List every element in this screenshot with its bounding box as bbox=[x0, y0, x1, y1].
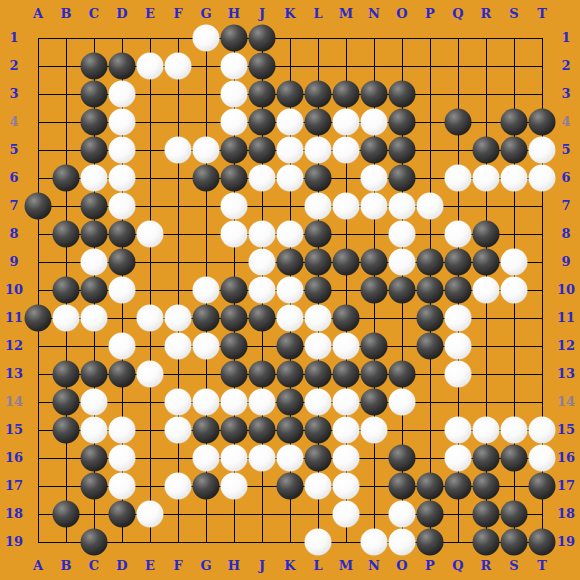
white-stone-m16 bbox=[333, 445, 360, 472]
black-stone-h6 bbox=[221, 165, 248, 192]
black-stone-j11 bbox=[249, 305, 276, 332]
row-label-9: 9 bbox=[555, 254, 577, 270]
black-stone-l13 bbox=[305, 361, 332, 388]
white-stone-f2 bbox=[165, 53, 192, 80]
white-stone-o9 bbox=[389, 249, 416, 276]
black-stone-m3 bbox=[333, 81, 360, 108]
column-label-h: H bbox=[223, 558, 245, 574]
black-stone-d13 bbox=[109, 361, 136, 388]
black-stone-k14 bbox=[277, 389, 304, 416]
column-label-m: M bbox=[335, 6, 357, 22]
black-stone-g11 bbox=[193, 305, 220, 332]
white-stone-h8 bbox=[221, 221, 248, 248]
black-stone-q17 bbox=[445, 473, 472, 500]
row-label-14: 14 bbox=[555, 394, 577, 410]
black-stone-j15 bbox=[249, 417, 276, 444]
row-label-4: 4 bbox=[555, 114, 577, 130]
black-stone-k13 bbox=[277, 361, 304, 388]
white-stone-d3 bbox=[109, 81, 136, 108]
white-stone-d7 bbox=[109, 193, 136, 220]
white-stone-l5 bbox=[305, 137, 332, 164]
white-stone-d4 bbox=[109, 109, 136, 136]
white-stone-q13 bbox=[445, 361, 472, 388]
column-label-k: K bbox=[279, 558, 301, 574]
go-board-screen: ABCDEFGHJKLMNOPQRST ABCDEFGHJKLMNOPQRST … bbox=[0, 0, 580, 580]
white-stone-q11 bbox=[445, 305, 472, 332]
column-label-h: H bbox=[223, 6, 245, 22]
white-stone-g12 bbox=[193, 333, 220, 360]
black-stone-s19 bbox=[501, 529, 528, 556]
white-stone-l17 bbox=[305, 473, 332, 500]
row-label-2: 2 bbox=[555, 58, 577, 74]
white-stone-h14 bbox=[221, 389, 248, 416]
white-stone-b11 bbox=[53, 305, 80, 332]
column-label-e: E bbox=[139, 558, 161, 574]
black-stone-k9 bbox=[277, 249, 304, 276]
row-label-3: 3 bbox=[3, 86, 25, 102]
white-stone-h2 bbox=[221, 53, 248, 80]
row-label-8: 8 bbox=[555, 226, 577, 242]
row-label-13: 13 bbox=[3, 366, 25, 382]
black-stone-b6 bbox=[53, 165, 80, 192]
white-stone-s9 bbox=[501, 249, 528, 276]
white-stone-j9 bbox=[249, 249, 276, 276]
black-stone-m11 bbox=[333, 305, 360, 332]
black-stone-s4 bbox=[501, 109, 528, 136]
column-label-n: N bbox=[363, 558, 385, 574]
black-stone-q4 bbox=[445, 109, 472, 136]
black-stone-h11 bbox=[221, 305, 248, 332]
column-label-q: Q bbox=[447, 6, 469, 22]
black-stone-c8 bbox=[81, 221, 108, 248]
white-stone-k6 bbox=[277, 165, 304, 192]
black-stone-l9 bbox=[305, 249, 332, 276]
white-stone-r10 bbox=[473, 277, 500, 304]
black-stone-s5 bbox=[501, 137, 528, 164]
white-stone-k16 bbox=[277, 445, 304, 472]
white-stone-p7 bbox=[417, 193, 444, 220]
white-stone-m15 bbox=[333, 417, 360, 444]
white-stone-o7 bbox=[389, 193, 416, 220]
white-stone-e18 bbox=[137, 501, 164, 528]
black-stone-c2 bbox=[81, 53, 108, 80]
black-stone-h10 bbox=[221, 277, 248, 304]
black-stone-c16 bbox=[81, 445, 108, 472]
white-stone-s15 bbox=[501, 417, 528, 444]
column-label-m: M bbox=[335, 558, 357, 574]
black-stone-p10 bbox=[417, 277, 444, 304]
black-stone-j3 bbox=[249, 81, 276, 108]
row-label-12: 12 bbox=[3, 338, 25, 354]
column-label-r: R bbox=[475, 558, 497, 574]
white-stone-d6 bbox=[109, 165, 136, 192]
white-stone-s6 bbox=[501, 165, 528, 192]
black-stone-b8 bbox=[53, 221, 80, 248]
white-stone-l19 bbox=[305, 529, 332, 556]
column-label-c: C bbox=[83, 6, 105, 22]
black-stone-k15 bbox=[277, 417, 304, 444]
column-label-b: B bbox=[55, 6, 77, 22]
white-stone-r15 bbox=[473, 417, 500, 444]
row-label-19: 19 bbox=[3, 534, 25, 550]
black-stone-s18 bbox=[501, 501, 528, 528]
white-stone-n6 bbox=[361, 165, 388, 192]
column-label-e: E bbox=[139, 6, 161, 22]
black-stone-k17 bbox=[277, 473, 304, 500]
column-label-g: G bbox=[195, 6, 217, 22]
black-stone-b15 bbox=[53, 417, 80, 444]
white-stone-m14 bbox=[333, 389, 360, 416]
black-stone-o5 bbox=[389, 137, 416, 164]
column-label-k: K bbox=[279, 6, 301, 22]
row-label-16: 16 bbox=[555, 450, 577, 466]
white-stone-k4 bbox=[277, 109, 304, 136]
black-stone-r8 bbox=[473, 221, 500, 248]
column-label-o: O bbox=[391, 6, 413, 22]
white-stone-t5 bbox=[529, 137, 556, 164]
row-label-7: 7 bbox=[555, 198, 577, 214]
black-stone-b18 bbox=[53, 501, 80, 528]
white-stone-k10 bbox=[277, 277, 304, 304]
black-stone-d2 bbox=[109, 53, 136, 80]
white-stone-g1 bbox=[193, 25, 220, 52]
column-label-f: F bbox=[167, 558, 189, 574]
black-stone-l10 bbox=[305, 277, 332, 304]
row-label-15: 15 bbox=[3, 422, 25, 438]
white-stone-f14 bbox=[165, 389, 192, 416]
white-stone-d5 bbox=[109, 137, 136, 164]
black-stone-n12 bbox=[361, 333, 388, 360]
black-stone-o3 bbox=[389, 81, 416, 108]
white-stone-f15 bbox=[165, 417, 192, 444]
row-label-10: 10 bbox=[555, 282, 577, 298]
white-stone-e13 bbox=[137, 361, 164, 388]
column-label-t: T bbox=[531, 6, 553, 22]
row-label-15: 15 bbox=[555, 422, 577, 438]
white-stone-h4 bbox=[221, 109, 248, 136]
black-stone-t4 bbox=[529, 109, 556, 136]
black-stone-h13 bbox=[221, 361, 248, 388]
white-stone-k8 bbox=[277, 221, 304, 248]
black-stone-o16 bbox=[389, 445, 416, 472]
column-label-p: P bbox=[419, 6, 441, 22]
row-label-6: 6 bbox=[3, 170, 25, 186]
black-stone-q10 bbox=[445, 277, 472, 304]
column-label-b: B bbox=[55, 558, 77, 574]
column-label-o: O bbox=[391, 558, 413, 574]
black-stone-p19 bbox=[417, 529, 444, 556]
black-stone-c19 bbox=[81, 529, 108, 556]
black-stone-n13 bbox=[361, 361, 388, 388]
black-stone-n9 bbox=[361, 249, 388, 276]
row-label-13: 13 bbox=[555, 366, 577, 382]
white-stone-n19 bbox=[361, 529, 388, 556]
white-stone-f11 bbox=[165, 305, 192, 332]
column-label-c: C bbox=[83, 558, 105, 574]
white-stone-g16 bbox=[193, 445, 220, 472]
white-stone-g14 bbox=[193, 389, 220, 416]
row-label-8: 8 bbox=[3, 226, 25, 242]
black-stone-d8 bbox=[109, 221, 136, 248]
row-label-4: 4 bbox=[3, 114, 25, 130]
white-stone-q16 bbox=[445, 445, 472, 472]
black-stone-k3 bbox=[277, 81, 304, 108]
white-stone-e11 bbox=[137, 305, 164, 332]
row-label-11: 11 bbox=[3, 310, 25, 326]
white-stone-t6 bbox=[529, 165, 556, 192]
white-stone-o14 bbox=[389, 389, 416, 416]
white-stone-q15 bbox=[445, 417, 472, 444]
black-stone-r5 bbox=[473, 137, 500, 164]
black-stone-h15 bbox=[221, 417, 248, 444]
black-stone-o6 bbox=[389, 165, 416, 192]
white-stone-j16 bbox=[249, 445, 276, 472]
column-label-g: G bbox=[195, 558, 217, 574]
black-stone-j4 bbox=[249, 109, 276, 136]
row-label-10: 10 bbox=[3, 282, 25, 298]
black-stone-c10 bbox=[81, 277, 108, 304]
black-stone-g15 bbox=[193, 417, 220, 444]
row-label-17: 17 bbox=[555, 478, 577, 494]
black-stone-b10 bbox=[53, 277, 80, 304]
black-stone-o10 bbox=[389, 277, 416, 304]
white-stone-q8 bbox=[445, 221, 472, 248]
row-label-18: 18 bbox=[3, 506, 25, 522]
white-stone-f12 bbox=[165, 333, 192, 360]
black-stone-n5 bbox=[361, 137, 388, 164]
black-stone-r16 bbox=[473, 445, 500, 472]
black-stone-c13 bbox=[81, 361, 108, 388]
white-stone-c15 bbox=[81, 417, 108, 444]
black-stone-j1 bbox=[249, 25, 276, 52]
column-label-q: Q bbox=[447, 558, 469, 574]
white-stone-l12 bbox=[305, 333, 332, 360]
black-stone-n3 bbox=[361, 81, 388, 108]
white-stone-q6 bbox=[445, 165, 472, 192]
black-stone-l4 bbox=[305, 109, 332, 136]
row-label-2: 2 bbox=[3, 58, 25, 74]
white-stone-r6 bbox=[473, 165, 500, 192]
black-stone-r19 bbox=[473, 529, 500, 556]
black-stone-j5 bbox=[249, 137, 276, 164]
row-label-1: 1 bbox=[3, 30, 25, 46]
black-stone-s16 bbox=[501, 445, 528, 472]
white-stone-s10 bbox=[501, 277, 528, 304]
white-stone-d15 bbox=[109, 417, 136, 444]
row-label-12: 12 bbox=[555, 338, 577, 354]
black-stone-c17 bbox=[81, 473, 108, 500]
column-label-j: J bbox=[251, 558, 273, 574]
black-stone-t17 bbox=[529, 473, 556, 500]
white-stone-l14 bbox=[305, 389, 332, 416]
black-stone-c4 bbox=[81, 109, 108, 136]
black-stone-n10 bbox=[361, 277, 388, 304]
row-label-18: 18 bbox=[555, 506, 577, 522]
row-label-6: 6 bbox=[555, 170, 577, 186]
row-label-7: 7 bbox=[3, 198, 25, 214]
row-label-1: 1 bbox=[555, 30, 577, 46]
white-stone-t15 bbox=[529, 417, 556, 444]
black-stone-l16 bbox=[305, 445, 332, 472]
black-stone-h1 bbox=[221, 25, 248, 52]
white-stone-h3 bbox=[221, 81, 248, 108]
row-label-5: 5 bbox=[555, 142, 577, 158]
black-stone-c3 bbox=[81, 81, 108, 108]
black-stone-a11 bbox=[25, 305, 52, 332]
black-stone-c7 bbox=[81, 193, 108, 220]
black-stone-n14 bbox=[361, 389, 388, 416]
black-stone-p11 bbox=[417, 305, 444, 332]
white-stone-m18 bbox=[333, 501, 360, 528]
black-stone-m9 bbox=[333, 249, 360, 276]
black-stone-o13 bbox=[389, 361, 416, 388]
row-label-5: 5 bbox=[3, 142, 25, 158]
white-stone-c6 bbox=[81, 165, 108, 192]
column-label-l: L bbox=[307, 6, 329, 22]
row-label-17: 17 bbox=[3, 478, 25, 494]
black-stone-p17 bbox=[417, 473, 444, 500]
white-stone-m4 bbox=[333, 109, 360, 136]
white-stone-n7 bbox=[361, 193, 388, 220]
row-label-9: 9 bbox=[3, 254, 25, 270]
black-stone-p9 bbox=[417, 249, 444, 276]
black-stone-j2 bbox=[249, 53, 276, 80]
row-label-3: 3 bbox=[555, 86, 577, 102]
black-stone-m13 bbox=[333, 361, 360, 388]
white-stone-q12 bbox=[445, 333, 472, 360]
black-stone-d9 bbox=[109, 249, 136, 276]
black-stone-h12 bbox=[221, 333, 248, 360]
black-stone-g6 bbox=[193, 165, 220, 192]
column-label-t: T bbox=[531, 558, 553, 574]
white-stone-h17 bbox=[221, 473, 248, 500]
black-stone-r18 bbox=[473, 501, 500, 528]
black-stone-r17 bbox=[473, 473, 500, 500]
white-stone-k5 bbox=[277, 137, 304, 164]
white-stone-n15 bbox=[361, 417, 388, 444]
white-stone-g10 bbox=[193, 277, 220, 304]
column-label-r: R bbox=[475, 6, 497, 22]
white-stone-c11 bbox=[81, 305, 108, 332]
white-stone-f5 bbox=[165, 137, 192, 164]
row-label-16: 16 bbox=[3, 450, 25, 466]
black-stone-g17 bbox=[193, 473, 220, 500]
white-stone-j8 bbox=[249, 221, 276, 248]
column-label-f: F bbox=[167, 6, 189, 22]
black-stone-o17 bbox=[389, 473, 416, 500]
black-stone-h5 bbox=[221, 137, 248, 164]
column-label-s: S bbox=[503, 558, 525, 574]
white-stone-c14 bbox=[81, 389, 108, 416]
white-stone-h16 bbox=[221, 445, 248, 472]
black-stone-j13 bbox=[249, 361, 276, 388]
white-stone-j6 bbox=[249, 165, 276, 192]
white-stone-g5 bbox=[193, 137, 220, 164]
black-stone-a7 bbox=[25, 193, 52, 220]
white-stone-j10 bbox=[249, 277, 276, 304]
row-label-19: 19 bbox=[555, 534, 577, 550]
row-label-14: 14 bbox=[3, 394, 25, 410]
white-stone-j14 bbox=[249, 389, 276, 416]
black-stone-o4 bbox=[389, 109, 416, 136]
white-stone-m17 bbox=[333, 473, 360, 500]
grid-line-horizontal bbox=[38, 542, 543, 543]
white-stone-m12 bbox=[333, 333, 360, 360]
column-label-d: D bbox=[111, 558, 133, 574]
black-stone-t19 bbox=[529, 529, 556, 556]
black-stone-l8 bbox=[305, 221, 332, 248]
white-stone-m7 bbox=[333, 193, 360, 220]
white-stone-t16 bbox=[529, 445, 556, 472]
white-stone-o19 bbox=[389, 529, 416, 556]
white-stone-l7 bbox=[305, 193, 332, 220]
row-label-11: 11 bbox=[555, 310, 577, 326]
white-stone-k11 bbox=[277, 305, 304, 332]
white-stone-f17 bbox=[165, 473, 192, 500]
black-stone-p12 bbox=[417, 333, 444, 360]
black-stone-d18 bbox=[109, 501, 136, 528]
black-stone-b14 bbox=[53, 389, 80, 416]
white-stone-e2 bbox=[137, 53, 164, 80]
white-stone-d10 bbox=[109, 277, 136, 304]
black-stone-p18 bbox=[417, 501, 444, 528]
column-label-p: P bbox=[419, 558, 441, 574]
white-stone-l11 bbox=[305, 305, 332, 332]
column-label-n: N bbox=[363, 6, 385, 22]
column-label-s: S bbox=[503, 6, 525, 22]
column-label-a: A bbox=[27, 6, 49, 22]
white-stone-d12 bbox=[109, 333, 136, 360]
column-label-l: L bbox=[307, 558, 329, 574]
column-label-j: J bbox=[251, 6, 273, 22]
black-stone-q9 bbox=[445, 249, 472, 276]
black-stone-k12 bbox=[277, 333, 304, 360]
white-stone-o8 bbox=[389, 221, 416, 248]
black-stone-r9 bbox=[473, 249, 500, 276]
black-stone-l3 bbox=[305, 81, 332, 108]
black-stone-l15 bbox=[305, 417, 332, 444]
black-stone-l6 bbox=[305, 165, 332, 192]
white-stone-n4 bbox=[361, 109, 388, 136]
white-stone-o18 bbox=[389, 501, 416, 528]
white-stone-c9 bbox=[81, 249, 108, 276]
white-stone-d16 bbox=[109, 445, 136, 472]
column-label-a: A bbox=[27, 558, 49, 574]
column-label-d: D bbox=[111, 6, 133, 22]
white-stone-h7 bbox=[221, 193, 248, 220]
white-stone-d17 bbox=[109, 473, 136, 500]
black-stone-c5 bbox=[81, 137, 108, 164]
white-stone-e8 bbox=[137, 221, 164, 248]
white-stone-m5 bbox=[333, 137, 360, 164]
black-stone-b13 bbox=[53, 361, 80, 388]
